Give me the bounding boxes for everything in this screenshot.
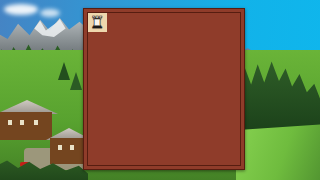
chalet-window — [20, 120, 24, 125]
chalet-window — [34, 120, 38, 125]
chess-board-frame: ♜♝♚♝♜♟♟♟♟♟♟♞♟♞♟♟♟♛♝♝♞♟♟♟♟♟♟♜♞♛♚♜ — [83, 8, 245, 170]
conifer-tree — [70, 72, 82, 90]
chalet-window — [58, 145, 62, 150]
chalet — [0, 112, 52, 140]
white-rook-h1[interactable]: ♜ — [90, 13, 105, 32]
thumbnail-stage: ♜♝♚♝♜♟♟♟♟♟♟♞♟♞♟♟♟♛♝♝♞♟♟♟♟♟♟♜♞♛♚♜ — [0, 0, 320, 180]
cloud — [4, 4, 38, 15]
chalet-window — [70, 145, 74, 150]
chess-board[interactable]: ♜♝♚♝♜♟♟♟♟♟♟♞♟♞♟♟♟♛♝♝♞♟♟♟♟♟♟♜♞♛♚♜ — [88, 13, 240, 165]
chalet-window — [8, 120, 12, 125]
square-h1[interactable]: ♜ — [88, 13, 107, 32]
cloud — [40, 9, 60, 17]
conifer-tree — [58, 62, 70, 80]
